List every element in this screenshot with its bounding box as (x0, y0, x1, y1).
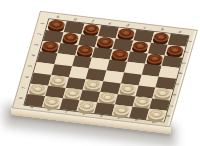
checker-glyph: ⛀ (116, 105, 117, 106)
light-checker-a8[interactable]: ⛀ (148, 109, 166, 120)
dark-checker-e2[interactable]: ⛂ (97, 36, 115, 47)
light-checker-c6[interactable]: ⛀ (119, 83, 137, 94)
light-checker-c8[interactable]: ⛀ (113, 105, 131, 116)
dark-checker-h1[interactable]: ⛂ (48, 19, 66, 30)
square-a8[interactable]: ⛀ (146, 109, 167, 122)
checker-glyph: ⛂ (85, 23, 86, 24)
checker-glyph: ⛀ (136, 96, 137, 97)
dark-checker-b1[interactable]: ⛂ (152, 32, 170, 43)
checker-glyph: ⛀ (101, 92, 102, 93)
dark-checker-g2[interactable]: ⛂ (62, 32, 80, 43)
checker-glyph: ⛀ (150, 109, 151, 110)
dark-checker-h3[interactable]: ⛂ (41, 41, 59, 52)
checker-glyph: ⛂ (120, 28, 121, 29)
checker-glyph: ⛀ (157, 87, 158, 88)
dark-checker-f1[interactable]: ⛂ (82, 23, 100, 34)
checker-glyph: ⛂ (99, 36, 100, 37)
light-checker-e6[interactable]: ⛀ (84, 79, 102, 90)
checker-glyph: ⛂ (44, 41, 45, 42)
checker-glyph: ⛂ (114, 49, 115, 50)
light-checker-g6[interactable]: ⛀ (49, 75, 67, 86)
light-checker-b7[interactable]: ⛀ (133, 96, 151, 107)
light-checker-f7[interactable]: ⛀ (64, 88, 82, 99)
checker-glyph: ⛂ (64, 32, 65, 33)
checker-glyph: ⛂ (50, 19, 51, 20)
checker-glyph: ⛀ (81, 100, 82, 101)
dark-checker-d1[interactable]: ⛂ (117, 28, 135, 39)
checker-glyph: ⛀ (122, 83, 123, 84)
checker-glyph: ⛂ (134, 40, 135, 41)
checker-glyph: ⛀ (66, 88, 67, 89)
light-checker-g8[interactable]: ⛀ (43, 96, 61, 107)
checker-glyph: ⛀ (52, 75, 53, 76)
dark-checker-a2[interactable]: ⛂ (166, 45, 184, 56)
light-checker-a6[interactable]: ⛀ (154, 87, 172, 98)
light-checker-e8[interactable]: ⛀ (78, 100, 96, 111)
checker-glyph: ⛂ (155, 32, 156, 33)
checker-glyph: ⛂ (169, 45, 170, 46)
product-photo: hgfedcba hgfedcba 12345678 12345678 ⛂⛂⛂⛂… (0, 0, 200, 146)
board-grid: ⛂⛂⛂⛂⛂⛂⛂⛂⛂⛂⛂⛂⛀⛀⛀⛀⛀⛀⛀⛀⛀⛀⛀⛀ (23, 19, 189, 123)
dark-checker-b3[interactable]: ⛂ (146, 53, 164, 64)
checker-glyph: ⛀ (46, 96, 47, 97)
light-checker-h7[interactable]: ⛀ (29, 83, 47, 94)
checker-glyph: ⛀ (32, 83, 33, 84)
checker-glyph: ⛂ (148, 53, 149, 54)
light-checker-d7[interactable]: ⛀ (99, 92, 117, 103)
checker-glyph: ⛀ (87, 79, 88, 80)
checkers-board: hgfedcba hgfedcba 12345678 12345678 ⛂⛂⛂⛂… (12, 11, 198, 127)
checker-glyph: ⛂ (79, 45, 80, 46)
dark-checker-d3[interactable]: ⛂ (111, 49, 129, 60)
dark-checker-c2[interactable]: ⛂ (132, 40, 150, 51)
dark-checker-f3[interactable]: ⛂ (76, 45, 94, 56)
